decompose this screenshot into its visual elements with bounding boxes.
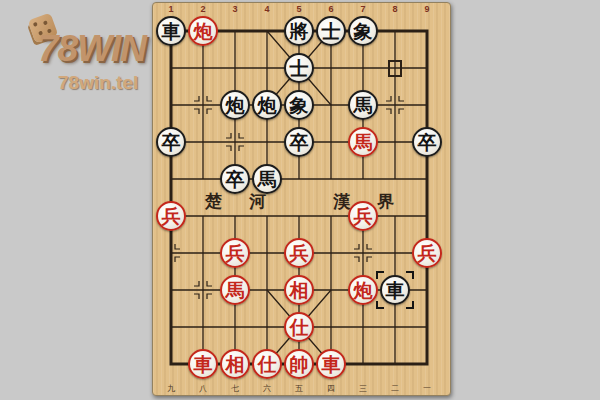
screenshot-stage: 123456789 九八七六五四三二一 楚河 漢界 車炮將士象士炮炮象馬卒卒馬卒… <box>0 0 600 400</box>
pieces-layer: 車炮將士象士炮炮象馬卒卒馬卒卒馬兵兵兵兵兵馬相炮車仕車相仕帥車 <box>155 13 443 383</box>
black-chariot[interactable]: 車 <box>156 16 186 46</box>
red-cannon[interactable]: 炮 <box>188 16 218 46</box>
file-label: 一 <box>411 383 443 394</box>
file-label: 二 <box>379 383 411 394</box>
file-label: 五 <box>283 383 315 394</box>
black-soldier[interactable]: 卒 <box>156 127 186 157</box>
red-chariot[interactable]: 車 <box>188 349 218 379</box>
black-soldier[interactable]: 卒 <box>220 164 250 194</box>
black-advisor[interactable]: 士 <box>316 16 346 46</box>
red-horse[interactable]: 馬 <box>348 127 378 157</box>
red-advisor[interactable]: 仕 <box>252 349 282 379</box>
black-soldier[interactable]: 卒 <box>284 127 314 157</box>
red-soldier[interactable]: 兵 <box>284 238 314 268</box>
site-url-text: 78win.tel <box>58 72 138 94</box>
file-label: 六 <box>251 383 283 394</box>
last-move-origin-marker <box>388 60 402 77</box>
red-soldier[interactable]: 兵 <box>412 238 442 268</box>
file-labels-bottom: 九八七六五四三二一 <box>155 383 443 394</box>
brand-text: 78WIN <box>38 28 146 70</box>
red-horse[interactable]: 馬 <box>220 275 250 305</box>
black-elephant[interactable]: 象 <box>348 16 378 46</box>
red-cannon[interactable]: 炮 <box>348 275 378 305</box>
red-general[interactable]: 帥 <box>284 349 314 379</box>
black-cannon[interactable]: 炮 <box>252 90 282 120</box>
xiangqi-board: 123456789 九八七六五四三二一 楚河 漢界 車炮將士象士炮炮象馬卒卒馬卒… <box>152 2 451 396</box>
black-chariot[interactable]: 車 <box>380 275 410 305</box>
black-horse[interactable]: 馬 <box>252 164 282 194</box>
file-label: 九 <box>155 383 187 394</box>
black-advisor[interactable]: 士 <box>284 53 314 83</box>
red-elephant[interactable]: 相 <box>220 349 250 379</box>
file-label: 三 <box>347 383 379 394</box>
file-label: 七 <box>219 383 251 394</box>
file-label: 八 <box>187 383 219 394</box>
red-advisor[interactable]: 仕 <box>284 312 314 342</box>
red-soldier[interactable]: 兵 <box>348 201 378 231</box>
dice-icon <box>28 13 59 44</box>
file-label: 四 <box>315 383 347 394</box>
red-soldier[interactable]: 兵 <box>220 238 250 268</box>
red-soldier[interactable]: 兵 <box>156 201 186 231</box>
red-chariot[interactable]: 車 <box>316 349 346 379</box>
red-elephant[interactable]: 相 <box>284 275 314 305</box>
black-general[interactable]: 將 <box>284 16 314 46</box>
black-cannon[interactable]: 炮 <box>220 90 250 120</box>
black-horse[interactable]: 馬 <box>348 90 378 120</box>
black-soldier[interactable]: 卒 <box>412 127 442 157</box>
black-elephant[interactable]: 象 <box>284 90 314 120</box>
